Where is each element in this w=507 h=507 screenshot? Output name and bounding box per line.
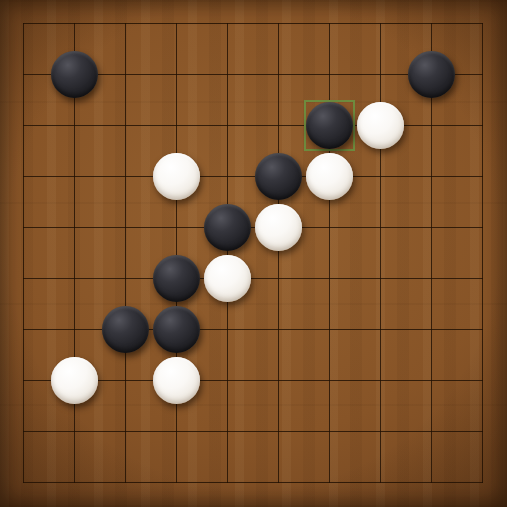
intersection[interactable] (202, 0, 253, 49)
intersection[interactable] (0, 406, 49, 457)
intersection[interactable] (202, 49, 253, 100)
intersection[interactable] (151, 355, 202, 406)
intersection[interactable] (406, 406, 457, 457)
intersection[interactable] (100, 100, 151, 151)
intersection[interactable] (406, 304, 457, 355)
intersection[interactable] (0, 100, 49, 151)
stone-black (306, 102, 353, 149)
intersection[interactable] (457, 355, 507, 406)
intersection[interactable] (100, 202, 151, 253)
intersection[interactable] (100, 151, 151, 202)
intersection[interactable] (355, 49, 406, 100)
intersection[interactable] (49, 457, 100, 507)
intersection[interactable] (0, 355, 49, 406)
intersection[interactable] (457, 202, 507, 253)
stone-white (51, 357, 98, 404)
intersection[interactable] (406, 355, 457, 406)
stone-white (204, 255, 251, 302)
intersection[interactable] (202, 100, 253, 151)
intersection[interactable] (100, 355, 151, 406)
intersection[interactable] (0, 457, 49, 507)
intersection[interactable] (406, 0, 457, 49)
intersection[interactable] (304, 0, 355, 49)
intersection[interactable] (0, 49, 49, 100)
intersection[interactable] (304, 253, 355, 304)
intersection[interactable] (202, 202, 253, 253)
intersection[interactable] (355, 406, 406, 457)
intersection[interactable] (304, 355, 355, 406)
intersection[interactable] (355, 100, 406, 151)
intersection[interactable] (406, 100, 457, 151)
intersection[interactable] (355, 457, 406, 507)
intersection[interactable] (151, 100, 202, 151)
intersection[interactable] (457, 0, 507, 49)
intersection[interactable] (49, 355, 100, 406)
intersection[interactable] (49, 0, 100, 49)
intersection[interactable] (304, 49, 355, 100)
intersection[interactable] (406, 253, 457, 304)
intersection[interactable] (304, 406, 355, 457)
intersection[interactable] (253, 100, 304, 151)
intersection[interactable] (151, 304, 202, 355)
intersection[interactable] (457, 457, 507, 507)
intersection[interactable] (151, 0, 202, 49)
intersection[interactable] (457, 304, 507, 355)
intersection[interactable] (406, 49, 457, 100)
intersection[interactable] (253, 304, 304, 355)
intersection[interactable] (253, 202, 304, 253)
stone-black (204, 204, 251, 251)
intersection[interactable] (49, 253, 100, 304)
stone-white (153, 357, 200, 404)
intersection[interactable] (304, 457, 355, 507)
stone-black (153, 255, 200, 302)
intersection[interactable] (355, 253, 406, 304)
intersection[interactable] (202, 355, 253, 406)
intersection[interactable] (100, 49, 151, 100)
intersection[interactable] (202, 406, 253, 457)
intersection[interactable] (457, 100, 507, 151)
stone-black (102, 306, 149, 353)
intersection[interactable] (151, 406, 202, 457)
intersection[interactable] (253, 406, 304, 457)
intersection[interactable] (49, 304, 100, 355)
intersection[interactable] (202, 457, 253, 507)
intersection[interactable] (100, 304, 151, 355)
stone-white (357, 102, 404, 149)
intersection[interactable] (151, 253, 202, 304)
intersection[interactable] (304, 151, 355, 202)
intersection[interactable] (202, 151, 253, 202)
intersection[interactable] (151, 457, 202, 507)
intersection[interactable] (457, 151, 507, 202)
intersection[interactable] (457, 253, 507, 304)
intersection[interactable] (0, 304, 49, 355)
stone-white (153, 153, 200, 200)
intersection[interactable] (406, 202, 457, 253)
intersection[interactable] (253, 253, 304, 304)
goban-board (0, 0, 507, 507)
stone-black (408, 51, 455, 98)
intersection[interactable] (0, 202, 49, 253)
stone-black (153, 306, 200, 353)
intersection[interactable] (0, 0, 49, 49)
intersection[interactable] (253, 49, 304, 100)
intersection[interactable] (355, 202, 406, 253)
intersection[interactable] (0, 253, 49, 304)
intersection[interactable] (457, 49, 507, 100)
intersection[interactable] (0, 151, 49, 202)
intersection[interactable] (253, 457, 304, 507)
board-grid (0, 0, 507, 507)
intersection[interactable] (49, 49, 100, 100)
intersection[interactable] (355, 304, 406, 355)
intersection[interactable] (355, 355, 406, 406)
intersection[interactable] (355, 0, 406, 49)
intersection[interactable] (202, 253, 253, 304)
intersection[interactable] (457, 406, 507, 457)
intersection[interactable] (304, 100, 355, 151)
intersection[interactable] (49, 406, 100, 457)
intersection[interactable] (100, 0, 151, 49)
intersection[interactable] (406, 151, 457, 202)
intersection[interactable] (49, 202, 100, 253)
intersection[interactable] (253, 355, 304, 406)
intersection[interactable] (100, 406, 151, 457)
intersection[interactable] (151, 49, 202, 100)
stone-black (51, 51, 98, 98)
intersection[interactable] (49, 100, 100, 151)
intersection[interactable] (304, 202, 355, 253)
stone-white (255, 204, 302, 251)
intersection[interactable] (406, 457, 457, 507)
intersection[interactable] (253, 151, 304, 202)
intersection[interactable] (151, 151, 202, 202)
intersection[interactable] (49, 151, 100, 202)
intersection[interactable] (304, 304, 355, 355)
intersection[interactable] (100, 253, 151, 304)
intersection[interactable] (253, 0, 304, 49)
intersection[interactable] (100, 457, 151, 507)
intersection[interactable] (355, 151, 406, 202)
intersection[interactable] (151, 202, 202, 253)
stone-white (306, 153, 353, 200)
stone-black (255, 153, 302, 200)
intersection[interactable] (202, 304, 253, 355)
